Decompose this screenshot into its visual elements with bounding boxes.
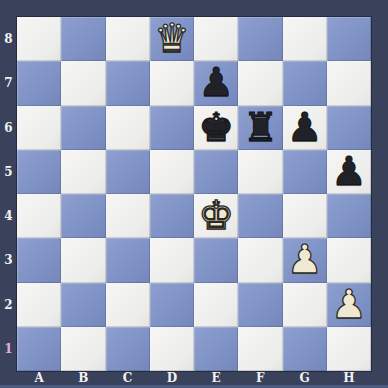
square-f5[interactable] xyxy=(238,150,282,194)
square-c3[interactable] xyxy=(106,238,150,282)
black-pawn[interactable]: ♟ xyxy=(198,60,234,104)
square-g6[interactable]: ♟ xyxy=(283,106,327,150)
file-label-b: B xyxy=(61,370,105,386)
square-f2[interactable] xyxy=(238,283,282,327)
square-h6[interactable] xyxy=(327,106,371,150)
square-g3[interactable]: ♟ xyxy=(283,238,327,282)
square-e4[interactable]: ♚ xyxy=(194,194,238,238)
rank-label-6: 6 xyxy=(0,106,17,150)
square-b7[interactable] xyxy=(61,61,105,105)
square-h7[interactable] xyxy=(327,61,371,105)
square-a4[interactable] xyxy=(17,194,61,238)
file-labels: ABCDEFGH xyxy=(17,370,371,386)
square-c4[interactable] xyxy=(106,194,150,238)
square-a2[interactable] xyxy=(17,283,61,327)
rank-label-1: 1 xyxy=(0,327,17,371)
square-f7[interactable] xyxy=(238,61,282,105)
square-f8[interactable] xyxy=(238,17,282,61)
black-rook[interactable]: ♜ xyxy=(242,105,278,149)
square-b2[interactable] xyxy=(61,283,105,327)
square-g4[interactable] xyxy=(283,194,327,238)
square-d2[interactable] xyxy=(150,283,194,327)
square-e2[interactable] xyxy=(194,283,238,327)
square-a8[interactable] xyxy=(17,17,61,61)
black-pawn[interactable]: ♟ xyxy=(287,105,323,149)
square-a1[interactable] xyxy=(17,327,61,371)
white-queen[interactable]: ♛ xyxy=(154,16,190,60)
rank-label-2: 2 xyxy=(0,283,17,327)
white-pawn[interactable]: ♟ xyxy=(331,282,367,326)
square-c8[interactable] xyxy=(106,17,150,61)
square-g2[interactable] xyxy=(283,283,327,327)
rank-label-5: 5 xyxy=(0,150,17,194)
square-h5[interactable]: ♟ xyxy=(327,150,371,194)
square-h3[interactable] xyxy=(327,238,371,282)
white-king[interactable]: ♚ xyxy=(198,193,234,237)
square-c6[interactable] xyxy=(106,106,150,150)
white-pawn[interactable]: ♟ xyxy=(287,237,323,281)
file-label-h: H xyxy=(327,370,371,386)
black-king[interactable]: ♚ xyxy=(198,105,234,149)
file-label-g: G xyxy=(283,370,327,386)
file-label-e: E xyxy=(194,370,238,386)
square-b4[interactable] xyxy=(61,194,105,238)
square-g8[interactable] xyxy=(283,17,327,61)
square-c5[interactable] xyxy=(106,150,150,194)
chess-board[interactable]: ♛♟♚♜♟♟♚♟♟ xyxy=(17,17,371,371)
rank-label-3: 3 xyxy=(0,238,17,282)
square-a5[interactable] xyxy=(17,150,61,194)
square-e6[interactable]: ♚ xyxy=(194,106,238,150)
square-d1[interactable] xyxy=(150,327,194,371)
square-e8[interactable] xyxy=(194,17,238,61)
rank-labels: 87654321 xyxy=(0,17,17,371)
square-e1[interactable] xyxy=(194,327,238,371)
square-e5[interactable] xyxy=(194,150,238,194)
chess-diagram-frame: 87654321 ♛♟♚♜♟♟♚♟♟ ABCDEFGH xyxy=(0,0,388,388)
square-d4[interactable] xyxy=(150,194,194,238)
square-d3[interactable] xyxy=(150,238,194,282)
square-c2[interactable] xyxy=(106,283,150,327)
file-label-f: F xyxy=(238,370,282,386)
square-a3[interactable] xyxy=(17,238,61,282)
square-g5[interactable] xyxy=(283,150,327,194)
square-g1[interactable] xyxy=(283,327,327,371)
square-b5[interactable] xyxy=(61,150,105,194)
square-a6[interactable] xyxy=(17,106,61,150)
rank-label-7: 7 xyxy=(0,61,17,105)
square-c7[interactable] xyxy=(106,61,150,105)
square-b8[interactable] xyxy=(61,17,105,61)
rank-label-4: 4 xyxy=(0,194,17,238)
square-h1[interactable] xyxy=(327,327,371,371)
square-d7[interactable] xyxy=(150,61,194,105)
square-b6[interactable] xyxy=(61,106,105,150)
square-f4[interactable] xyxy=(238,194,282,238)
rank-label-8: 8 xyxy=(0,17,17,61)
square-b1[interactable] xyxy=(61,327,105,371)
square-c1[interactable] xyxy=(106,327,150,371)
square-f3[interactable] xyxy=(238,238,282,282)
file-label-c: C xyxy=(106,370,150,386)
square-h4[interactable] xyxy=(327,194,371,238)
square-e3[interactable] xyxy=(194,238,238,282)
square-d6[interactable] xyxy=(150,106,194,150)
square-f6[interactable]: ♜ xyxy=(238,106,282,150)
square-a7[interactable] xyxy=(17,61,61,105)
file-label-d: D xyxy=(150,370,194,386)
square-d8[interactable]: ♛ xyxy=(150,17,194,61)
square-h2[interactable]: ♟ xyxy=(327,283,371,327)
black-pawn[interactable]: ♟ xyxy=(331,149,367,193)
file-label-a: A xyxy=(17,370,61,386)
square-e7[interactable]: ♟ xyxy=(194,61,238,105)
square-g7[interactable] xyxy=(283,61,327,105)
square-f1[interactable] xyxy=(238,327,282,371)
square-h8[interactable] xyxy=(327,17,371,61)
square-d5[interactable] xyxy=(150,150,194,194)
square-b3[interactable] xyxy=(61,238,105,282)
